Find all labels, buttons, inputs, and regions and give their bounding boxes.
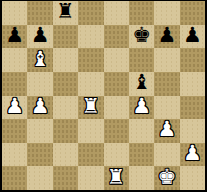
black-pawn-g7[interactable]: ♟ [158,25,177,46]
square-b7[interactable]: ♟ [27,25,52,49]
black-pawn-h7[interactable]: ♟ [183,25,202,46]
square-b6[interactable]: ♝ [27,48,52,72]
square-a2[interactable] [2,143,27,167]
square-g6[interactable] [154,48,179,72]
white-king-g1[interactable]: ♚ [158,167,177,188]
white-pawn-b4[interactable]: ♟ [31,96,50,117]
square-h2[interactable]: ♟ [180,143,205,167]
square-a8[interactable] [2,1,27,25]
square-f3[interactable] [129,119,154,143]
black-rook-c8[interactable]: ♜ [56,1,75,22]
square-h7[interactable]: ♟ [180,25,205,49]
square-d3[interactable] [78,119,103,143]
white-pawn-h2[interactable]: ♟ [183,143,202,164]
square-a3[interactable] [2,119,27,143]
square-g3[interactable]: ♟ [154,119,179,143]
square-e6[interactable] [104,48,129,72]
square-c2[interactable] [53,143,78,167]
square-g2[interactable] [154,143,179,167]
square-a1[interactable] [2,166,27,190]
square-c7[interactable] [53,25,78,49]
square-d4[interactable]: ♜ [78,96,103,120]
square-h1[interactable] [180,166,205,190]
square-b1[interactable] [27,166,52,190]
square-a6[interactable] [2,48,27,72]
square-a7[interactable]: ♟ [2,25,27,49]
square-c1[interactable] [53,166,78,190]
black-pawn-a7[interactable]: ♟ [5,25,24,46]
square-e1[interactable]: ♜ [104,166,129,190]
square-b3[interactable] [27,119,52,143]
square-d6[interactable] [78,48,103,72]
square-d5[interactable] [78,72,103,96]
black-king-f7[interactable]: ♚ [132,25,151,46]
square-f8[interactable] [129,1,154,25]
square-f2[interactable] [129,143,154,167]
square-h8[interactable] [180,1,205,25]
square-c4[interactable] [53,96,78,120]
black-pawn-b7[interactable]: ♟ [31,25,50,46]
square-e4[interactable] [104,96,129,120]
square-h6[interactable] [180,48,205,72]
white-pawn-g3[interactable]: ♟ [158,119,177,140]
chess-board: ♜♟♟♚♟♟♝♝♟♟♜♟♟♟♜♚ [2,1,205,190]
square-f6[interactable] [129,48,154,72]
square-e8[interactable] [104,1,129,25]
square-d7[interactable] [78,25,103,49]
square-b8[interactable] [27,1,52,25]
chess-board-frame: ♜♟♟♚♟♟♝♝♟♟♜♟♟♟♜♚ [0,0,207,192]
square-h3[interactable] [180,119,205,143]
square-a4[interactable]: ♟ [2,96,27,120]
square-b4[interactable]: ♟ [27,96,52,120]
square-c6[interactable] [53,48,78,72]
square-g4[interactable] [154,96,179,120]
square-d1[interactable] [78,166,103,190]
square-e7[interactable] [104,25,129,49]
white-pawn-f4[interactable]: ♟ [132,96,151,117]
square-b5[interactable] [27,72,52,96]
white-rook-e1[interactable]: ♜ [107,167,126,188]
square-a5[interactable] [2,72,27,96]
square-e3[interactable] [104,119,129,143]
square-f4[interactable]: ♟ [129,96,154,120]
square-c5[interactable] [53,72,78,96]
square-f7[interactable]: ♚ [129,25,154,49]
square-f5[interactable]: ♝ [129,72,154,96]
square-b2[interactable] [27,143,52,167]
square-h5[interactable] [180,72,205,96]
black-bishop-f5[interactable]: ♝ [132,72,151,93]
square-e2[interactable] [104,143,129,167]
square-g7[interactable]: ♟ [154,25,179,49]
white-pawn-a4[interactable]: ♟ [5,96,24,117]
white-bishop-b6[interactable]: ♝ [31,49,50,70]
white-rook-d4[interactable]: ♜ [81,96,100,117]
square-c8[interactable]: ♜ [53,1,78,25]
square-d2[interactable] [78,143,103,167]
square-c3[interactable] [53,119,78,143]
square-d8[interactable] [78,1,103,25]
square-g8[interactable] [154,1,179,25]
square-f1[interactable] [129,166,154,190]
square-g5[interactable] [154,72,179,96]
square-e5[interactable] [104,72,129,96]
square-g1[interactable]: ♚ [154,166,179,190]
square-h4[interactable] [180,96,205,120]
